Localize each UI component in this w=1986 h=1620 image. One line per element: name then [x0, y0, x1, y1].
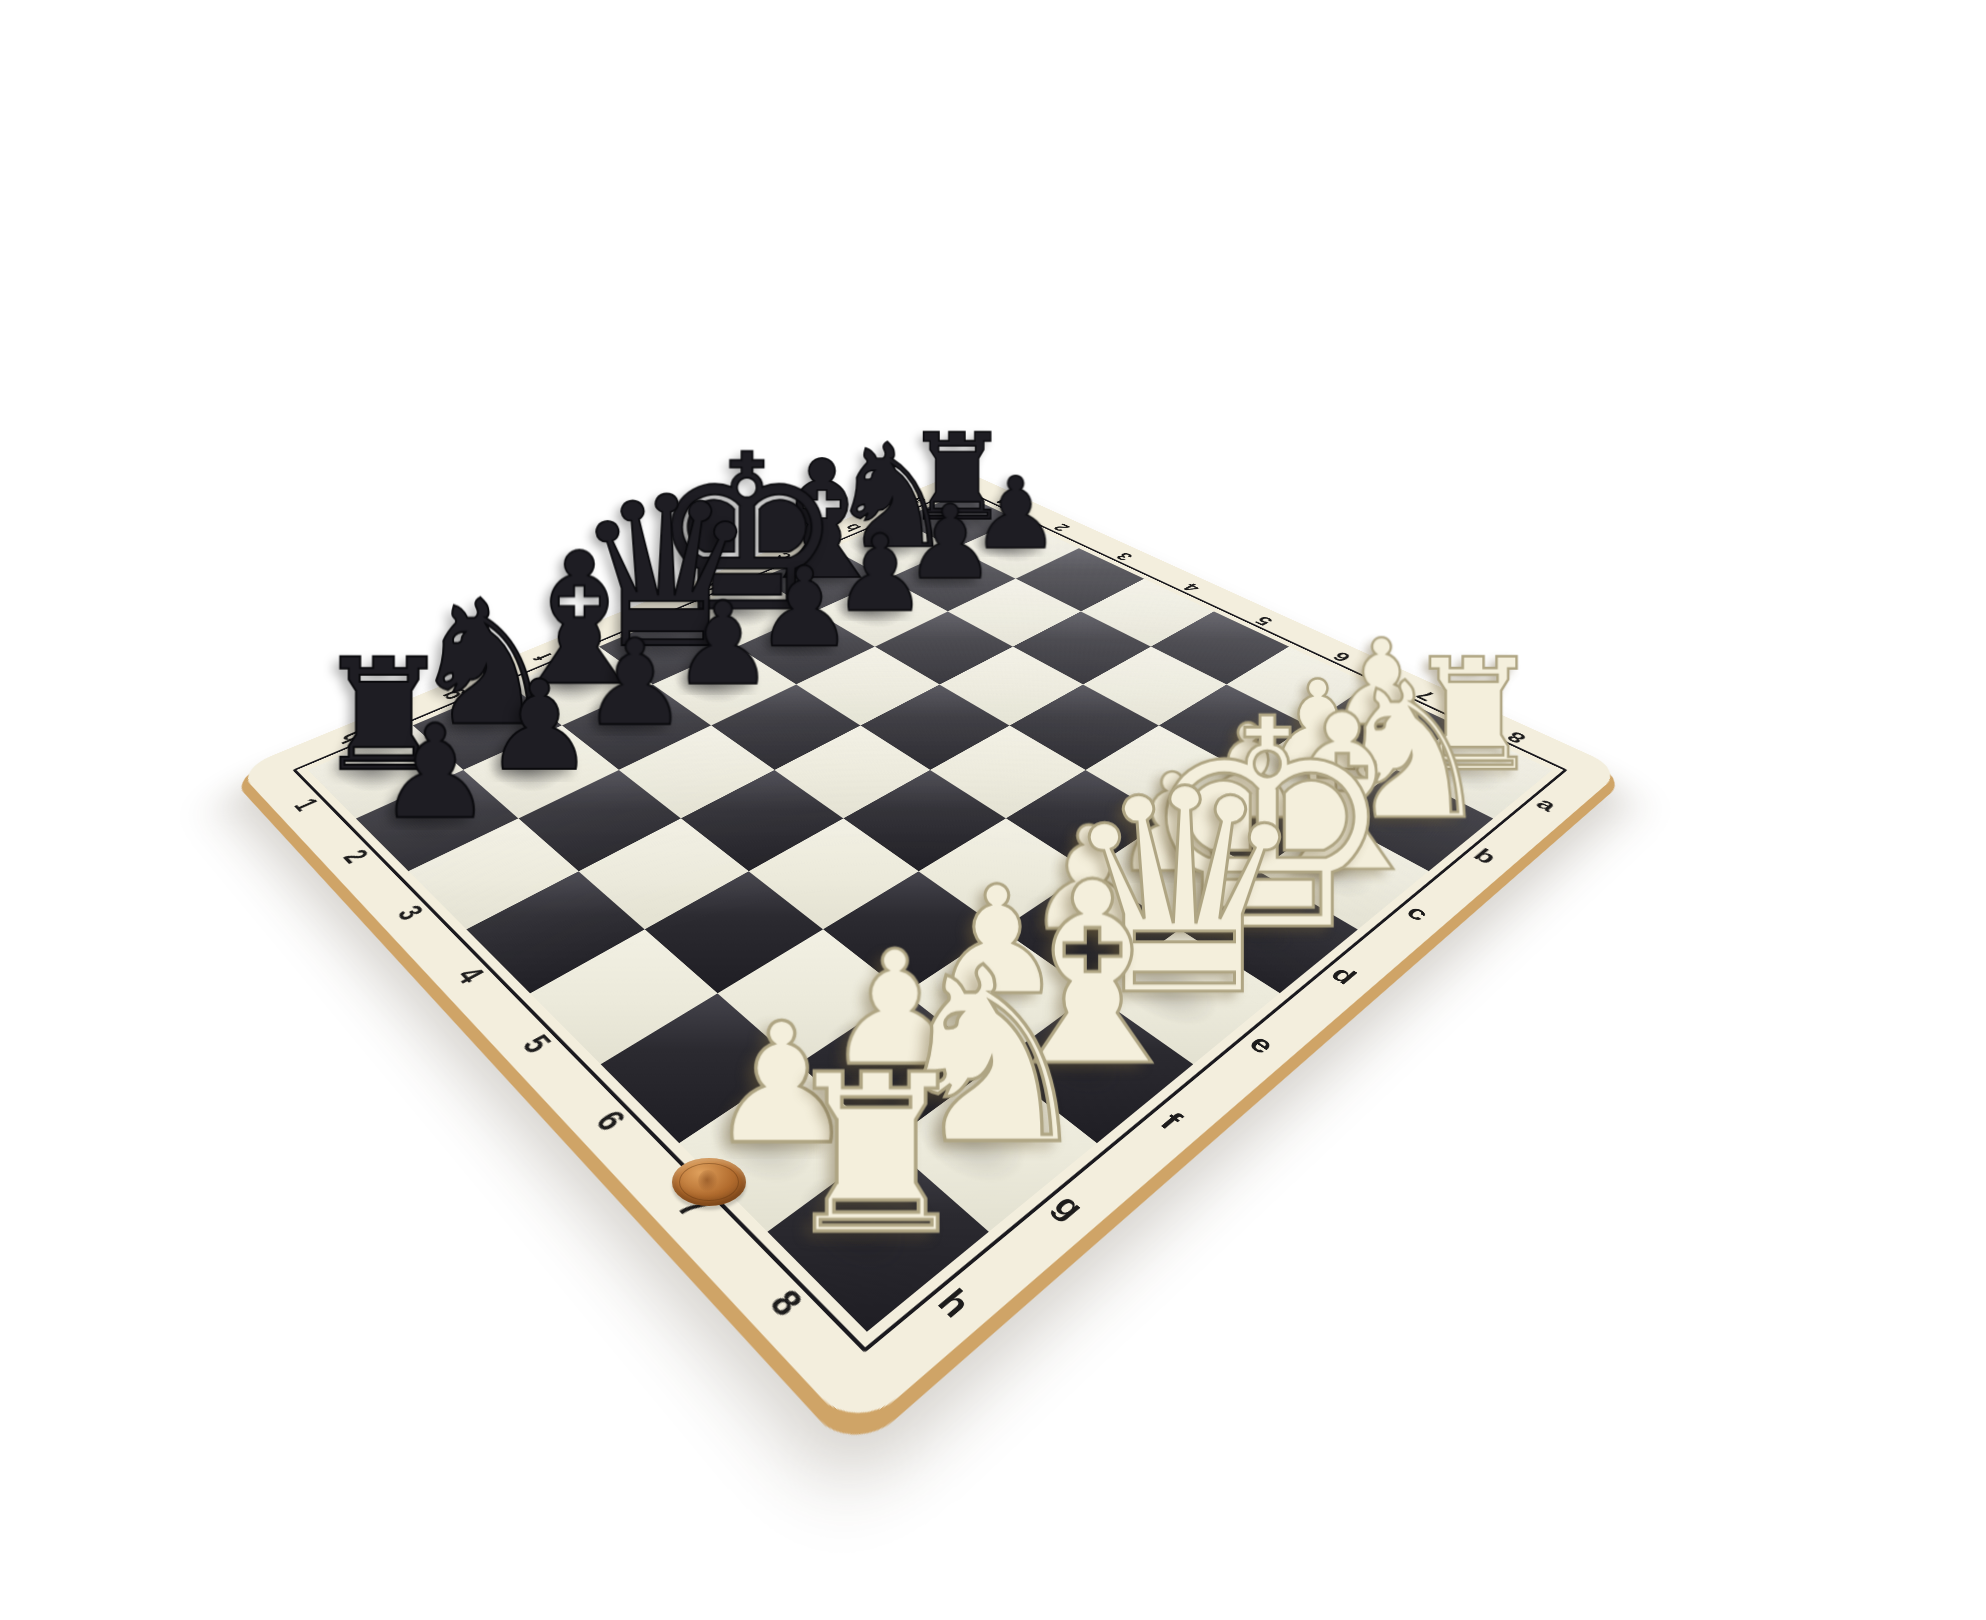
square-f3[interactable] [619, 726, 775, 819]
black-pawn-glyph: ♟ [483, 664, 594, 788]
penny-face [672, 1158, 746, 1206]
vinyl-chess-mat: 12345678a♜♟♟♜ab♞♟♟♞bc♝♟♟♝cd♚♟♟♚de♛♟♟♛ef♝… [237, 470, 1623, 1434]
black-pawn-glyph: ♟ [581, 624, 688, 743]
product-photo-stage: 12345678a♜♟♟♜ab♞♟♟♞bc♝♟♟♝cd♚♟♟♚de♛♟♟♛ef♝… [0, 0, 1986, 1620]
mat-corner [806, 1332, 916, 1435]
penny-coin [672, 1158, 746, 1206]
white-rook-glyph: ♜ [777, 1045, 974, 1264]
chess-board-grid: 12345678a♜♟♟♜ab♞♟♟♞bc♝♟♟♝cd♚♟♟♚de♛♟♟♛ef♝… [237, 470, 1623, 1434]
black-pawn-glyph: ♟ [377, 708, 493, 838]
board-scene: 12345678a♜♟♟♜ab♞♟♟♞bc♝♟♟♝cd♚♟♟♚de♛♟♟♛ef♝… [0, 0, 1986, 1620]
square-e4[interactable] [774, 726, 930, 819]
